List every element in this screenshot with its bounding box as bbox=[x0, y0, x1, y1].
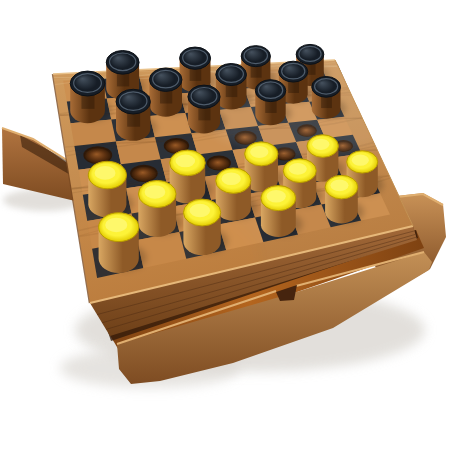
square-r3c1[interactable] bbox=[71, 120, 117, 146]
board-svg bbox=[0, 0, 450, 450]
checkers-box-photo bbox=[0, 0, 450, 450]
